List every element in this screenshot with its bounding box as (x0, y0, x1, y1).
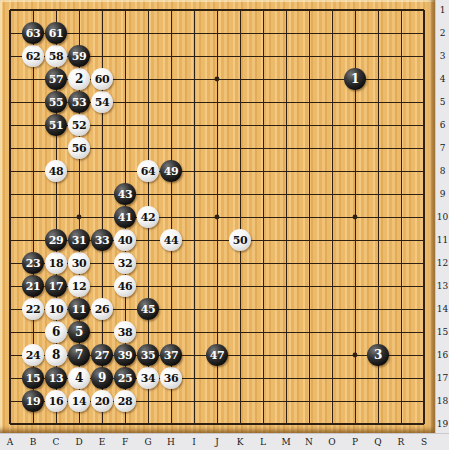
stone-42-white-G10[interactable]: 42 (137, 206, 159, 228)
row-label-10: 10 (436, 212, 449, 222)
stone-34-white-G17[interactable]: 34 (137, 367, 159, 389)
stone-2-white-D4[interactable]: 2 (68, 68, 90, 90)
stone-14-white-D18[interactable]: 14 (68, 390, 90, 412)
stone-31-black-D11[interactable]: 31 (68, 229, 90, 251)
stone-number: 26 (95, 304, 109, 315)
stone-number: 52 (72, 120, 86, 131)
stone-number: 39 (118, 350, 132, 361)
stone-40-white-F11[interactable]: 40 (114, 229, 136, 251)
row-label-4: 4 (436, 74, 449, 84)
stone-10-white-C14[interactable]: 10 (45, 298, 67, 320)
col-label-J: J (210, 437, 224, 447)
stone-36-white-H17[interactable]: 36 (160, 367, 182, 389)
stone-41-black-F10[interactable]: 41 (114, 206, 136, 228)
stone-number: 5 (75, 326, 83, 338)
stone-44-white-H11[interactable]: 44 (160, 229, 182, 251)
stone-30-white-D12[interactable]: 30 (68, 252, 90, 274)
stone-57-black-C4[interactable]: 57 (45, 68, 67, 90)
stone-number: 33 (95, 235, 109, 246)
stone-29-black-C11[interactable]: 29 (45, 229, 67, 251)
stone-47-black-J16[interactable]: 47 (206, 344, 228, 366)
row-label-12: 12 (436, 258, 449, 268)
stone-number: 48 (49, 166, 63, 177)
stone-number: 18 (49, 258, 63, 269)
stone-39-black-F16[interactable]: 39 (114, 344, 136, 366)
stone-64-white-G8[interactable]: 64 (137, 160, 159, 182)
stone-19-black-B18[interactable]: 19 (22, 390, 44, 412)
stone-49-black-H8[interactable]: 49 (160, 160, 182, 182)
stone-3-black-Q16[interactable]: 3 (367, 344, 389, 366)
stone-number: 3 (374, 349, 382, 361)
row-label-11: 11 (436, 235, 449, 245)
star-point (215, 215, 220, 220)
stone-11-black-D14[interactable]: 11 (68, 298, 90, 320)
stone-number: 35 (141, 350, 155, 361)
stone-52-white-D6[interactable]: 52 (68, 114, 90, 136)
stone-number: 28 (118, 396, 132, 407)
column-labels-strip: ABCDEFGHIJKLMNOPQRS (0, 433, 449, 450)
stone-number: 15 (26, 373, 40, 384)
stone-number: 57 (49, 74, 63, 85)
stone-number: 49 (164, 166, 178, 177)
col-label-F: F (118, 437, 132, 447)
stone-number: 21 (26, 281, 40, 292)
goban[interactable]: 1234567891011121314151617181920212223242… (0, 0, 436, 434)
stone-35-black-G16[interactable]: 35 (137, 344, 159, 366)
stone-number: 45 (141, 304, 155, 315)
row-label-17: 17 (436, 373, 449, 383)
stone-12-white-D13[interactable]: 12 (68, 275, 90, 297)
stone-number: 30 (72, 258, 86, 269)
stone-27-black-E16[interactable]: 27 (91, 344, 113, 366)
stone-number: 25 (118, 373, 132, 384)
row-label-18: 18 (436, 396, 449, 406)
stone-number: 63 (26, 28, 40, 39)
stone-24-white-B16[interactable]: 24 (22, 344, 44, 366)
grid-lines (0, 0, 436, 434)
stone-number: 54 (95, 97, 109, 108)
stone-53-black-D5[interactable]: 53 (68, 91, 90, 113)
stone-number: 1 (351, 73, 359, 85)
stone-9-black-E17[interactable]: 9 (91, 367, 113, 389)
stone-number: 41 (118, 212, 132, 223)
stone-number: 13 (49, 373, 63, 384)
stone-46-white-F13[interactable]: 46 (114, 275, 136, 297)
row-labels-strip: 12345678910111213141516171819 (435, 0, 449, 450)
go-diagram: 1234567891011121314151617181920212223242… (0, 0, 449, 450)
stone-number: 53 (72, 97, 86, 108)
stone-63-black-B2[interactable]: 63 (22, 22, 44, 44)
star-point (77, 215, 82, 220)
row-label-7: 7 (436, 143, 449, 153)
stone-number: 51 (49, 120, 63, 131)
col-label-H: H (164, 437, 178, 447)
stone-number: 60 (95, 74, 109, 85)
stone-8-white-C16[interactable]: 8 (45, 344, 67, 366)
row-label-6: 6 (436, 120, 449, 130)
stone-60-white-E4[interactable]: 60 (91, 68, 113, 90)
star-point (353, 353, 358, 358)
col-label-S: S (417, 437, 431, 447)
row-label-15: 15 (436, 327, 449, 337)
stone-number: 7 (75, 349, 83, 361)
stone-20-white-E18[interactable]: 20 (91, 390, 113, 412)
stone-number: 19 (26, 396, 40, 407)
col-label-Q: Q (371, 437, 385, 447)
col-label-B: B (26, 437, 40, 447)
col-label-P: P (348, 437, 362, 447)
stone-number: 17 (49, 281, 63, 292)
stone-43-black-F9[interactable]: 43 (114, 183, 136, 205)
stone-54-white-E5[interactable]: 54 (91, 91, 113, 113)
stone-number: 23 (26, 258, 40, 269)
stone-number: 24 (26, 350, 40, 361)
stone-62-white-B3[interactable]: 62 (22, 45, 44, 67)
stone-33-black-E11[interactable]: 33 (91, 229, 113, 251)
col-label-I: I (187, 437, 201, 447)
stone-number: 42 (141, 212, 155, 223)
row-label-13: 13 (436, 281, 449, 291)
col-label-N: N (302, 437, 316, 447)
stone-number: 10 (49, 304, 63, 315)
stone-number: 50 (233, 235, 247, 246)
col-label-O: O (325, 437, 339, 447)
stone-number: 59 (72, 51, 86, 62)
stone-25-black-F17[interactable]: 25 (114, 367, 136, 389)
stone-number: 40 (118, 235, 132, 246)
stone-number: 47 (210, 350, 224, 361)
stone-number: 27 (95, 350, 109, 361)
stone-number: 61 (49, 28, 63, 39)
stone-7-black-D16[interactable]: 7 (68, 344, 90, 366)
stone-number: 12 (72, 281, 86, 292)
stone-number: 29 (49, 235, 63, 246)
star-point (215, 77, 220, 82)
stone-56-white-D7[interactable]: 56 (68, 137, 90, 159)
stone-61-black-C2[interactable]: 61 (45, 22, 67, 44)
col-label-A: A (3, 437, 17, 447)
stone-number: 22 (26, 304, 40, 315)
stone-number: 11 (72, 304, 86, 315)
stone-number: 64 (141, 166, 155, 177)
stone-21-black-B13[interactable]: 21 (22, 275, 44, 297)
stone-number: 38 (118, 327, 132, 338)
stone-number: 20 (95, 396, 109, 407)
row-label-9: 9 (436, 189, 449, 199)
stone-1-black-P4[interactable]: 1 (344, 68, 366, 90)
col-label-R: R (394, 437, 408, 447)
stone-28-white-F18[interactable]: 28 (114, 390, 136, 412)
stone-45-black-G14[interactable]: 45 (137, 298, 159, 320)
row-label-8: 8 (436, 166, 449, 176)
stone-number: 16 (49, 396, 63, 407)
stone-6-white-C15[interactable]: 6 (45, 321, 67, 343)
stone-number: 55 (49, 97, 63, 108)
stone-18-white-C12[interactable]: 18 (45, 252, 67, 274)
col-label-C: C (49, 437, 63, 447)
stone-number: 31 (72, 235, 86, 246)
stone-number: 34 (141, 373, 155, 384)
stone-50-white-K11[interactable]: 50 (229, 229, 251, 251)
stone-17-black-C13[interactable]: 17 (45, 275, 67, 297)
star-point (353, 215, 358, 220)
stone-number: 2 (75, 73, 83, 85)
row-label-1: 1 (436, 5, 449, 15)
stone-37-black-H16[interactable]: 37 (160, 344, 182, 366)
stone-number: 46 (118, 281, 132, 292)
stone-13-black-C17[interactable]: 13 (45, 367, 67, 389)
stone-number: 43 (118, 189, 132, 200)
stone-23-black-B12[interactable]: 23 (22, 252, 44, 274)
stone-number: 9 (98, 372, 106, 384)
row-label-19: 19 (436, 419, 449, 429)
row-label-2: 2 (436, 28, 449, 38)
stone-number: 6 (52, 326, 60, 338)
stone-number: 37 (164, 350, 178, 361)
stone-number: 8 (52, 349, 60, 361)
stone-16-white-C18[interactable]: 16 (45, 390, 67, 412)
col-label-D: D (72, 437, 86, 447)
col-label-E: E (95, 437, 109, 447)
row-label-5: 5 (436, 97, 449, 107)
stone-48-white-C8[interactable]: 48 (45, 160, 67, 182)
stone-5-black-D15[interactable]: 5 (68, 321, 90, 343)
stone-number: 44 (164, 235, 178, 246)
stone-32-white-F12[interactable]: 32 (114, 252, 136, 274)
stone-26-white-E14[interactable]: 26 (91, 298, 113, 320)
col-label-M: M (279, 437, 293, 447)
stone-51-black-C6[interactable]: 51 (45, 114, 67, 136)
col-label-G: G (141, 437, 155, 447)
row-label-16: 16 (436, 350, 449, 360)
row-label-3: 3 (436, 51, 449, 61)
stone-number: 56 (72, 143, 86, 154)
stone-58-white-C3[interactable]: 58 (45, 45, 67, 67)
stone-22-white-B14[interactable]: 22 (22, 298, 44, 320)
stone-number: 4 (75, 372, 83, 384)
stone-55-black-C5[interactable]: 55 (45, 91, 67, 113)
col-label-L: L (256, 437, 270, 447)
stone-number: 14 (72, 396, 86, 407)
stone-38-white-F15[interactable]: 38 (114, 321, 136, 343)
stone-number: 32 (118, 258, 132, 269)
row-label-14: 14 (436, 304, 449, 314)
stone-number: 62 (26, 51, 40, 62)
stone-number: 36 (164, 373, 178, 384)
stone-4-white-D17[interactable]: 4 (68, 367, 90, 389)
stone-15-black-B17[interactable]: 15 (22, 367, 44, 389)
col-label-K: K (233, 437, 247, 447)
stone-59-black-D3[interactable]: 59 (68, 45, 90, 67)
stone-number: 58 (49, 51, 63, 62)
